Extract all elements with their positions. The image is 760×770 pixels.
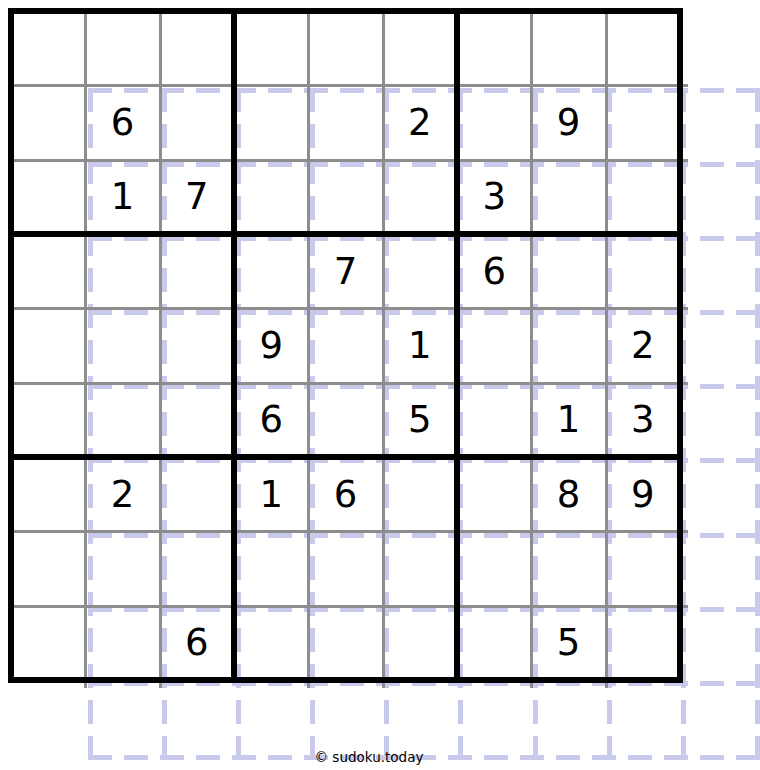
cell-r5c3[interactable] [160, 308, 234, 382]
cell-r4c5[interactable]: 7 [308, 234, 382, 308]
cell-r6c9[interactable]: 3 [606, 383, 680, 457]
cell-r5c9[interactable]: 2 [606, 308, 680, 382]
cell-r2c4[interactable] [234, 85, 308, 159]
cell-r8c6[interactable] [383, 531, 457, 605]
cell-r5c2[interactable] [85, 308, 159, 382]
cell-r5c8[interactable] [531, 308, 605, 382]
cell-r2c5[interactable] [308, 85, 382, 159]
cell-r9c3[interactable]: 6 [160, 606, 234, 680]
cell-r5c1[interactable] [11, 308, 85, 382]
cell-r3c5[interactable] [308, 160, 382, 234]
cell-r4c6[interactable] [383, 234, 457, 308]
cell-r2c3[interactable] [160, 85, 234, 159]
cell-r7c6[interactable] [383, 457, 457, 531]
sudoku-board: 6291737691265132168965 © sudoku.today [0, 0, 760, 770]
cell-r1c1[interactable] [11, 11, 85, 85]
cell-r7c3[interactable] [160, 457, 234, 531]
cell-r6c1[interactable] [11, 383, 85, 457]
cell-r8c3[interactable] [160, 531, 234, 605]
cell-r7c2[interactable]: 2 [85, 457, 159, 531]
cell-r9c9[interactable] [606, 606, 680, 680]
cell-r7c1[interactable] [11, 457, 85, 531]
cell-r8c2[interactable] [85, 531, 159, 605]
cell-r7c5[interactable]: 6 [308, 457, 382, 531]
cell-r2c1[interactable] [11, 85, 85, 159]
cell-r6c7[interactable] [457, 383, 531, 457]
cell-r7c8[interactable]: 8 [531, 457, 605, 531]
cell-r1c3[interactable] [160, 11, 234, 85]
cell-r9c5[interactable] [308, 606, 382, 680]
sudoku-cells: 6291737691265132168965 [11, 11, 680, 680]
cell-r6c6[interactable]: 5 [383, 383, 457, 457]
cell-r8c1[interactable] [11, 531, 85, 605]
cell-r7c7[interactable] [457, 457, 531, 531]
cell-r6c8[interactable]: 1 [531, 383, 605, 457]
cell-r9c1[interactable] [11, 606, 85, 680]
cell-r4c8[interactable] [531, 234, 605, 308]
cell-r8c9[interactable] [606, 531, 680, 605]
cell-r9c2[interactable] [85, 606, 159, 680]
cell-r5c7[interactable] [457, 308, 531, 382]
cell-r9c7[interactable] [457, 606, 531, 680]
cell-r1c5[interactable] [308, 11, 382, 85]
cell-r3c4[interactable] [234, 160, 308, 234]
cell-r5c5[interactable] [308, 308, 382, 382]
cell-r2c9[interactable] [606, 85, 680, 159]
cell-r1c2[interactable] [85, 11, 159, 85]
cell-r2c6[interactable]: 2 [383, 85, 457, 159]
cell-r6c4[interactable]: 6 [234, 383, 308, 457]
cell-r4c4[interactable] [234, 234, 308, 308]
cell-r5c4[interactable]: 9 [234, 308, 308, 382]
cell-r1c9[interactable] [606, 11, 680, 85]
cell-r8c8[interactable] [531, 531, 605, 605]
cell-r3c8[interactable] [531, 160, 605, 234]
cell-r8c7[interactable] [457, 531, 531, 605]
cell-r1c8[interactable] [531, 11, 605, 85]
cell-r8c4[interactable] [234, 531, 308, 605]
cell-r8c5[interactable] [308, 531, 382, 605]
cell-r6c2[interactable] [85, 383, 159, 457]
cell-r4c2[interactable] [85, 234, 159, 308]
cell-r4c1[interactable] [11, 234, 85, 308]
cell-r1c7[interactable] [457, 11, 531, 85]
cell-r2c2[interactable]: 6 [85, 85, 159, 159]
cell-r4c7[interactable]: 6 [457, 234, 531, 308]
cell-r1c6[interactable] [383, 11, 457, 85]
cell-r4c9[interactable] [606, 234, 680, 308]
cell-r2c8[interactable]: 9 [531, 85, 605, 159]
cell-r5c6[interactable]: 1 [383, 308, 457, 382]
cell-r4c3[interactable] [160, 234, 234, 308]
offset-grid-dashed-line-v [755, 88, 760, 760]
cell-r9c4[interactable] [234, 606, 308, 680]
cell-r7c9[interactable]: 9 [606, 457, 680, 531]
cell-r3c6[interactable] [383, 160, 457, 234]
cell-r7c4[interactable]: 1 [234, 457, 308, 531]
cell-r9c6[interactable] [383, 606, 457, 680]
cell-r3c2[interactable]: 1 [85, 160, 159, 234]
cell-r3c9[interactable] [606, 160, 680, 234]
cell-r6c5[interactable] [308, 383, 382, 457]
cell-r3c3[interactable]: 7 [160, 160, 234, 234]
cell-r3c7[interactable]: 3 [457, 160, 531, 234]
cell-r6c3[interactable] [160, 383, 234, 457]
cell-r9c8[interactable]: 5 [531, 606, 605, 680]
cell-r3c1[interactable] [11, 160, 85, 234]
cell-r1c4[interactable] [234, 11, 308, 85]
cell-r2c7[interactable] [457, 85, 531, 159]
copyright-credit: © sudoku.today [0, 749, 738, 765]
